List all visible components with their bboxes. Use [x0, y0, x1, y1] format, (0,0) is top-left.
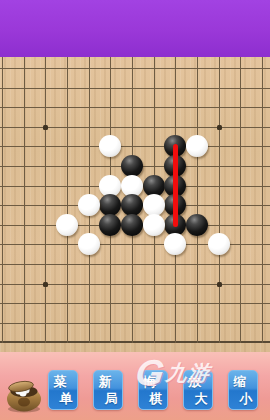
black-stone — [121, 214, 143, 236]
grid-line-h — [0, 88, 270, 89]
menu-button[interactable]: 菜 单 — [48, 370, 78, 410]
black-stone — [99, 214, 121, 236]
black-stone — [121, 194, 143, 216]
grid-line-h — [0, 127, 270, 128]
zoom-out-button-label-bottom: 小 — [240, 392, 253, 405]
menu-button-label-top: 菜 — [54, 375, 67, 388]
black-stone — [99, 194, 121, 216]
menu-button-label-bottom: 单 — [60, 392, 73, 405]
grid-line-h — [0, 146, 270, 147]
stone-bowl-graphic — [4, 375, 44, 415]
white-stone — [186, 135, 208, 157]
grid-line-h — [0, 323, 270, 324]
grid-line-h — [0, 341, 270, 343]
new-game-button[interactable]: 新 局 — [93, 370, 123, 410]
white-stone — [78, 194, 100, 216]
white-stone — [143, 214, 165, 236]
white-stone — [208, 233, 230, 255]
grid-line-v — [45, 57, 46, 343]
black-stone — [121, 155, 143, 177]
top-title-bar — [0, 0, 270, 58]
star-point — [43, 125, 48, 130]
grid-line-v — [197, 57, 198, 343]
stone-bowl-icon[interactable] — [4, 375, 44, 415]
zoom-out-button-label-top: 缩 — [234, 375, 247, 388]
star-point — [217, 282, 222, 287]
zoom-in-button-label-top: 放 — [189, 375, 202, 388]
star-point — [217, 125, 222, 130]
zoom-in-button[interactable]: 放 大 — [183, 370, 213, 410]
go-board[interactable] — [0, 57, 270, 353]
white-stone — [78, 233, 100, 255]
new-game-button-label-bottom: 局 — [105, 392, 118, 405]
grid-line-v — [240, 57, 241, 343]
win-line — [173, 144, 178, 226]
zoom-out-button[interactable]: 缩 小 — [228, 370, 258, 410]
gomoku-app-screen: 菜 单 新 局 悔 棋 放 大 缩 小 G 九游 — [0, 0, 270, 420]
white-stone — [164, 233, 186, 255]
zoom-in-button-label-bottom: 大 — [195, 392, 208, 405]
undo-button-label-top: 悔 — [144, 375, 157, 388]
star-point — [43, 282, 48, 287]
black-stone — [186, 214, 208, 236]
grid-line-h — [0, 303, 270, 304]
grid-line-v — [67, 57, 68, 343]
bottom-toolbar: 菜 单 新 局 悔 棋 放 大 缩 小 G 九游 — [0, 352, 270, 420]
white-stone — [99, 135, 121, 157]
grid-line-h — [0, 284, 270, 285]
grid-line-h — [0, 68, 270, 69]
undo-button-label-bottom: 棋 — [150, 392, 163, 405]
grid-line-v — [219, 57, 220, 343]
white-stone — [143, 194, 165, 216]
undo-button[interactable]: 悔 棋 — [138, 370, 168, 410]
grid-line-v — [24, 57, 25, 343]
white-stone — [56, 214, 78, 236]
new-game-button-label-top: 新 — [99, 375, 112, 388]
grid-line-v — [2, 57, 3, 343]
grid-line-h — [0, 107, 270, 108]
grid-line-v — [262, 57, 263, 343]
grid-line-h — [0, 264, 270, 265]
